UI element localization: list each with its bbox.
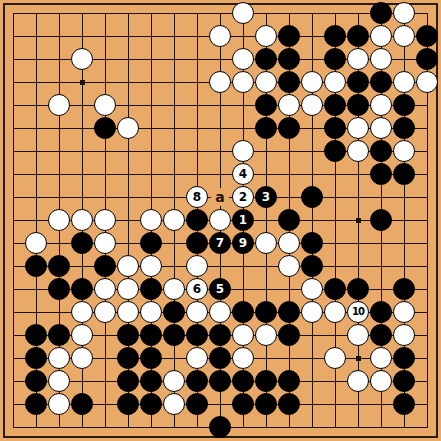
black-stone[interactable] <box>117 393 139 415</box>
white-stone[interactable] <box>232 48 254 70</box>
black-stone[interactable] <box>370 301 392 323</box>
black-stone[interactable] <box>140 370 162 392</box>
white-stone-move-4[interactable]: 4 <box>232 163 254 185</box>
black-stone[interactable] <box>25 255 47 277</box>
white-stone[interactable] <box>255 232 277 254</box>
white-stone[interactable] <box>71 324 93 346</box>
black-stone[interactable] <box>25 347 47 369</box>
white-stone-move-10[interactable]: 10 <box>347 301 369 323</box>
white-stone[interactable] <box>94 209 116 231</box>
white-stone[interactable] <box>140 301 162 323</box>
black-stone[interactable] <box>209 416 231 438</box>
black-stone[interactable] <box>94 255 116 277</box>
white-stone[interactable] <box>393 140 415 162</box>
black-stone[interactable] <box>324 140 346 162</box>
white-stone[interactable] <box>393 71 415 93</box>
black-stone[interactable] <box>163 301 185 323</box>
black-stone[interactable] <box>140 278 162 300</box>
white-stone[interactable] <box>209 301 231 323</box>
black-stone[interactable] <box>324 278 346 300</box>
black-stone[interactable] <box>393 163 415 185</box>
white-stone[interactable] <box>393 301 415 323</box>
white-stone[interactable] <box>48 94 70 116</box>
white-stone[interactable] <box>71 209 93 231</box>
black-stone[interactable] <box>347 94 369 116</box>
black-stone[interactable] <box>301 232 323 254</box>
black-stone[interactable] <box>25 393 47 415</box>
white-stone[interactable] <box>278 232 300 254</box>
black-stone-move-7[interactable]: 7 <box>209 232 231 254</box>
white-stone[interactable] <box>209 209 231 231</box>
black-stone[interactable] <box>278 71 300 93</box>
white-stone[interactable] <box>255 71 277 93</box>
white-stone[interactable] <box>209 25 231 47</box>
black-stone[interactable] <box>393 347 415 369</box>
white-stone[interactable] <box>370 48 392 70</box>
black-stone[interactable] <box>255 301 277 323</box>
black-stone-move-3[interactable]: 3 <box>255 186 277 208</box>
black-stone[interactable] <box>324 48 346 70</box>
white-stone[interactable] <box>393 2 415 24</box>
black-stone[interactable] <box>140 232 162 254</box>
black-stone[interactable] <box>324 117 346 139</box>
white-stone[interactable] <box>347 117 369 139</box>
black-stone[interactable] <box>186 393 208 415</box>
white-stone[interactable] <box>370 25 392 47</box>
point-label-a[interactable]: a <box>211 188 229 206</box>
white-stone[interactable] <box>163 393 185 415</box>
black-stone[interactable] <box>117 370 139 392</box>
black-stone[interactable] <box>301 186 323 208</box>
white-stone[interactable] <box>393 324 415 346</box>
black-stone[interactable] <box>209 370 231 392</box>
black-stone[interactable] <box>117 347 139 369</box>
black-stone[interactable] <box>278 301 300 323</box>
black-stone[interactable] <box>278 117 300 139</box>
white-stone[interactable] <box>94 232 116 254</box>
black-stone[interactable] <box>393 117 415 139</box>
black-stone[interactable] <box>232 393 254 415</box>
black-stone[interactable] <box>48 255 70 277</box>
white-stone[interactable] <box>416 71 438 93</box>
black-stone[interactable] <box>278 324 300 346</box>
white-stone[interactable] <box>255 324 277 346</box>
white-stone-move-6[interactable]: 6 <box>186 278 208 300</box>
white-stone[interactable] <box>117 255 139 277</box>
white-stone[interactable] <box>71 347 93 369</box>
white-stone[interactable] <box>301 278 323 300</box>
black-stone[interactable] <box>25 324 47 346</box>
black-stone[interactable] <box>186 209 208 231</box>
black-stone[interactable] <box>232 301 254 323</box>
white-stone[interactable] <box>163 278 185 300</box>
black-stone[interactable] <box>71 393 93 415</box>
black-stone[interactable] <box>370 209 392 231</box>
black-stone-move-5[interactable]: 5 <box>209 278 231 300</box>
black-stone[interactable] <box>278 393 300 415</box>
black-stone[interactable] <box>71 278 93 300</box>
white-stone[interactable] <box>25 232 47 254</box>
black-stone[interactable] <box>370 71 392 93</box>
black-stone[interactable] <box>255 48 277 70</box>
white-stone[interactable] <box>71 301 93 323</box>
black-stone[interactable] <box>94 117 116 139</box>
black-stone[interactable] <box>25 370 47 392</box>
black-stone[interactable] <box>393 94 415 116</box>
black-stone[interactable] <box>255 370 277 392</box>
black-stone[interactable] <box>393 393 415 415</box>
white-stone[interactable] <box>117 301 139 323</box>
black-stone[interactable] <box>71 232 93 254</box>
black-stone[interactable] <box>324 94 346 116</box>
black-stone[interactable] <box>370 2 392 24</box>
star-point <box>80 80 85 85</box>
white-stone[interactable] <box>71 48 93 70</box>
black-stone[interactable] <box>347 278 369 300</box>
white-stone[interactable] <box>48 209 70 231</box>
black-stone[interactable] <box>140 347 162 369</box>
black-stone[interactable] <box>370 324 392 346</box>
black-stone[interactable] <box>347 71 369 93</box>
black-stone[interactable] <box>278 48 300 70</box>
black-stone[interactable] <box>370 163 392 185</box>
white-stone-move-8[interactable]: 8 <box>186 186 208 208</box>
black-stone-move-9[interactable]: 9 <box>232 232 254 254</box>
black-stone[interactable] <box>209 347 231 369</box>
black-stone[interactable] <box>370 140 392 162</box>
white-stone[interactable] <box>370 347 392 369</box>
white-stone[interactable] <box>347 48 369 70</box>
black-stone[interactable] <box>416 25 438 47</box>
white-stone[interactable] <box>94 278 116 300</box>
black-stone[interactable] <box>186 324 208 346</box>
white-stone[interactable] <box>140 255 162 277</box>
white-stone[interactable] <box>347 370 369 392</box>
black-stone[interactable] <box>278 209 300 231</box>
white-stone[interactable] <box>324 301 346 323</box>
white-stone[interactable] <box>94 301 116 323</box>
black-stone[interactable] <box>117 324 139 346</box>
black-stone[interactable] <box>416 48 438 70</box>
black-stone[interactable] <box>186 232 208 254</box>
white-stone[interactable] <box>186 255 208 277</box>
go-board[interactable]: 48231796510a <box>0 0 441 441</box>
white-stone[interactable] <box>393 25 415 47</box>
white-stone[interactable] <box>370 94 392 116</box>
black-stone[interactable] <box>255 117 277 139</box>
white-stone[interactable] <box>48 370 70 392</box>
white-stone[interactable] <box>232 347 254 369</box>
white-stone[interactable] <box>117 278 139 300</box>
white-stone[interactable] <box>278 255 300 277</box>
white-stone[interactable] <box>163 209 185 231</box>
white-stone[interactable] <box>48 393 70 415</box>
white-stone[interactable] <box>209 71 231 93</box>
black-stone[interactable] <box>140 393 162 415</box>
grid-line-horizontal <box>13 266 428 267</box>
black-stone[interactable] <box>48 324 70 346</box>
white-stone[interactable] <box>255 25 277 47</box>
white-stone[interactable] <box>232 71 254 93</box>
white-stone[interactable] <box>48 347 70 369</box>
white-stone[interactable] <box>94 94 116 116</box>
black-stone[interactable] <box>232 370 254 392</box>
white-stone[interactable] <box>117 117 139 139</box>
white-stone[interactable] <box>301 71 323 93</box>
black-stone[interactable] <box>301 255 323 277</box>
white-stone[interactable] <box>186 347 208 369</box>
black-stone[interactable] <box>393 370 415 392</box>
white-stone[interactable] <box>232 324 254 346</box>
black-stone[interactable] <box>255 393 277 415</box>
white-stone[interactable] <box>301 94 323 116</box>
white-stone[interactable] <box>232 2 254 24</box>
white-stone[interactable] <box>347 324 369 346</box>
star-point <box>356 356 361 361</box>
white-stone[interactable] <box>347 140 369 162</box>
white-stone[interactable] <box>232 140 254 162</box>
white-stone[interactable] <box>140 209 162 231</box>
black-stone[interactable] <box>393 278 415 300</box>
white-stone[interactable] <box>324 71 346 93</box>
white-stone-move-2[interactable]: 2 <box>232 186 254 208</box>
white-stone[interactable] <box>278 94 300 116</box>
black-stone[interactable] <box>278 25 300 47</box>
white-stone[interactable] <box>370 117 392 139</box>
black-stone[interactable] <box>140 324 162 346</box>
white-stone[interactable] <box>186 301 208 323</box>
black-stone[interactable] <box>48 278 70 300</box>
star-point <box>356 218 361 223</box>
black-stone[interactable] <box>255 94 277 116</box>
black-stone[interactable] <box>278 370 300 392</box>
white-stone[interactable] <box>324 347 346 369</box>
black-stone-move-1[interactable]: 1 <box>232 209 254 231</box>
black-stone[interactable] <box>209 324 231 346</box>
white-stone[interactable] <box>301 301 323 323</box>
black-stone[interactable] <box>186 370 208 392</box>
black-stone[interactable] <box>347 25 369 47</box>
black-stone[interactable] <box>163 324 185 346</box>
black-stone[interactable] <box>324 25 346 47</box>
white-stone[interactable] <box>370 370 392 392</box>
white-stone[interactable] <box>163 370 185 392</box>
